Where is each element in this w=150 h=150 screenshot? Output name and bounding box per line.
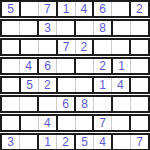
empty-cell-r2c5[interactable] xyxy=(76,21,93,35)
brick-r2-1 xyxy=(0,19,39,37)
brick-r5-3 xyxy=(56,76,95,94)
brick-r3-3: 72 xyxy=(56,38,95,56)
empty-cell-r7c1[interactable] xyxy=(2,116,19,130)
given-cell-r8c1: 3 xyxy=(2,135,19,149)
brick-row-2: 38 xyxy=(0,19,150,37)
brick-r1-5: 2 xyxy=(129,0,150,18)
given-cell-r2c3: 3 xyxy=(39,21,56,35)
given-cell-r5c6: 1 xyxy=(94,78,111,92)
brick-r8-2: 12 xyxy=(37,133,76,150)
given-cell-r8c4: 2 xyxy=(56,135,74,149)
given-cell-r6c5: 8 xyxy=(76,97,93,111)
empty-cell-r2c2[interactable] xyxy=(19,21,37,35)
brick-r2-3: 8 xyxy=(74,19,113,37)
empty-cell-r5c8[interactable] xyxy=(131,78,148,92)
empty-cell-r7c7[interactable] xyxy=(111,116,129,130)
brick-r5-4: 14 xyxy=(92,76,131,94)
brick-r6-3: 8 xyxy=(74,95,113,113)
brick-r4-3: 2 xyxy=(74,57,113,75)
brick-row-8: 312547 xyxy=(0,133,150,150)
brick-r8-1: 3 xyxy=(0,133,39,150)
brick-r2-4 xyxy=(111,19,150,37)
given-cell-r2c6: 8 xyxy=(93,21,111,35)
brick-row-3: 72 xyxy=(0,38,150,56)
brick-r3-5 xyxy=(129,38,150,56)
empty-cell-r3c8[interactable] xyxy=(131,40,148,54)
given-cell-r4c3: 6 xyxy=(39,59,56,73)
given-cell-r1c8: 2 xyxy=(131,2,148,16)
given-cell-r8c3: 1 xyxy=(39,135,56,149)
empty-cell-r2c8[interactable] xyxy=(130,21,148,35)
empty-cell-r7c5[interactable] xyxy=(75,116,93,130)
empty-cell-r7c4[interactable] xyxy=(58,116,75,130)
brick-r4-1: 4 xyxy=(0,57,39,75)
empty-cell-r4c4[interactable] xyxy=(56,59,74,73)
empty-cell-r8c7[interactable] xyxy=(113,135,130,149)
brick-r5-1 xyxy=(0,76,21,94)
empty-cell-r5c5[interactable] xyxy=(75,78,93,92)
empty-cell-r6c1[interactable] xyxy=(2,97,19,111)
given-cell-r4c7: 1 xyxy=(113,59,130,73)
brick-row-5: 5214 xyxy=(0,76,150,94)
brick-r8-3: 54 xyxy=(74,133,113,150)
brick-row-4: 4621 xyxy=(0,57,150,75)
brick-r7-3 xyxy=(56,114,95,132)
given-cell-r8c5: 5 xyxy=(76,135,93,149)
empty-cell-r4c5[interactable] xyxy=(76,59,93,73)
brick-r7-1 xyxy=(0,114,21,132)
brick-row-7: 47 xyxy=(0,114,150,132)
brick-r4-4: 1 xyxy=(111,57,150,75)
given-cell-r1c1: 5 xyxy=(2,2,19,16)
given-cell-r8c6: 4 xyxy=(93,135,111,149)
brick-r1-4: 6 xyxy=(92,0,131,18)
empty-cell-r2c7[interactable] xyxy=(113,21,130,35)
given-cell-r1c6: 6 xyxy=(94,2,111,16)
given-cell-r1c3: 7 xyxy=(38,2,56,16)
given-cell-r1c4: 1 xyxy=(58,2,75,16)
brick-r4-2: 6 xyxy=(37,57,76,75)
given-cell-r4c6: 2 xyxy=(93,59,111,73)
empty-cell-r3c1[interactable] xyxy=(2,40,19,54)
empty-cell-r5c1[interactable] xyxy=(2,78,19,92)
given-cell-r5c3: 2 xyxy=(38,78,56,92)
empty-cell-r7c2[interactable] xyxy=(21,116,38,130)
given-cell-r1c5: 4 xyxy=(75,2,93,16)
bricks-puzzle-board: 5714623872462152146847312547 xyxy=(0,0,150,150)
empty-cell-r4c8[interactable] xyxy=(130,59,148,73)
brick-r1-2: 7 xyxy=(19,0,58,18)
empty-cell-r6c2[interactable] xyxy=(19,97,37,111)
empty-cell-r6c7[interactable] xyxy=(113,97,130,111)
brick-r8-4: 7 xyxy=(111,133,150,150)
empty-cell-r7c8[interactable] xyxy=(131,116,148,130)
brick-row-1: 571462 xyxy=(0,0,150,18)
empty-cell-r2c4[interactable] xyxy=(56,21,74,35)
given-cell-r5c7: 4 xyxy=(111,78,129,92)
brick-r2-2: 3 xyxy=(37,19,76,37)
brick-r6-2: 6 xyxy=(37,95,76,113)
brick-r5-2: 52 xyxy=(19,76,58,94)
empty-cell-r6c8[interactable] xyxy=(130,97,148,111)
brick-r7-2: 4 xyxy=(19,114,58,132)
brick-r6-4 xyxy=(111,95,150,113)
empty-cell-r3c7[interactable] xyxy=(111,40,129,54)
empty-cell-r3c3[interactable] xyxy=(38,40,56,54)
given-cell-r4c2: 4 xyxy=(19,59,37,73)
given-cell-r3c5: 2 xyxy=(75,40,93,54)
given-cell-r8c8: 7 xyxy=(130,135,148,149)
empty-cell-r1c7[interactable] xyxy=(111,2,129,16)
given-cell-r6c4: 6 xyxy=(56,97,74,111)
empty-cell-r2c1[interactable] xyxy=(2,21,19,35)
given-cell-r5c2: 5 xyxy=(21,78,38,92)
brick-r6-1 xyxy=(0,95,39,113)
brick-r3-1 xyxy=(0,38,21,56)
empty-cell-r4c1[interactable] xyxy=(2,59,19,73)
brick-r5-5 xyxy=(129,76,150,94)
given-cell-r3c4: 7 xyxy=(58,40,75,54)
empty-cell-r8c2[interactable] xyxy=(19,135,37,149)
empty-cell-r3c2[interactable] xyxy=(21,40,38,54)
empty-cell-r3c6[interactable] xyxy=(94,40,111,54)
brick-r3-4 xyxy=(92,38,131,56)
empty-cell-r5c4[interactable] xyxy=(58,78,75,92)
given-cell-r7c3: 4 xyxy=(38,116,56,130)
empty-cell-r6c3[interactable] xyxy=(39,97,56,111)
brick-r1-3: 14 xyxy=(56,0,95,18)
brick-r7-4: 7 xyxy=(92,114,131,132)
brick-r3-2 xyxy=(19,38,58,56)
given-cell-r7c6: 7 xyxy=(94,116,111,130)
brick-r7-5 xyxy=(129,114,150,132)
brick-r1-1: 5 xyxy=(0,0,21,18)
brick-row-6: 68 xyxy=(0,95,150,113)
empty-cell-r1c2[interactable] xyxy=(21,2,38,16)
empty-cell-r6c6[interactable] xyxy=(93,97,111,111)
